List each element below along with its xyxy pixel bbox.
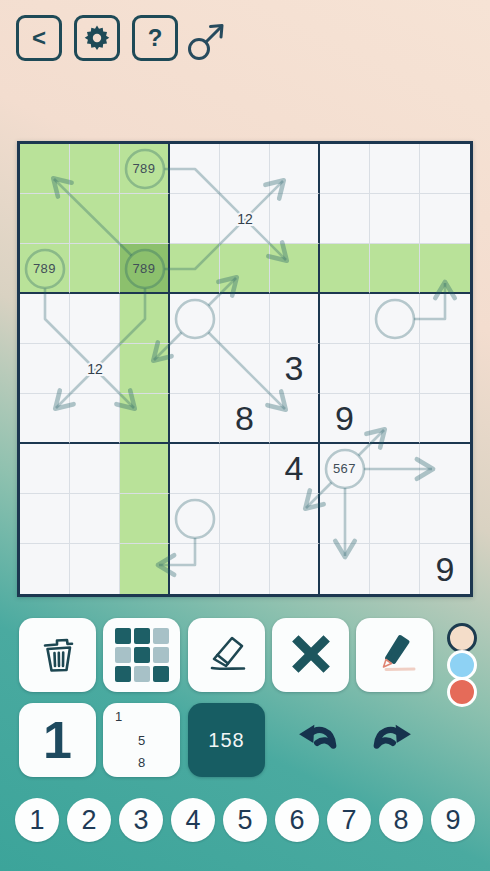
grid-cell[interactable] [70, 544, 120, 594]
pattern-square [134, 666, 150, 682]
grid-cell[interactable] [120, 194, 170, 244]
grid-cell[interactable] [270, 544, 320, 594]
grid-cell[interactable] [320, 494, 370, 544]
number-button-6[interactable]: 6 [275, 798, 319, 842]
given-digit: 4 [285, 449, 304, 488]
pen-icon [369, 628, 421, 683]
grid-cell[interactable] [220, 494, 270, 544]
grid-cell[interactable] [370, 294, 420, 344]
grid-cell[interactable] [170, 144, 220, 194]
grid-cell[interactable]: 789 [120, 244, 170, 294]
given-digit: 3 [285, 349, 304, 388]
grid-cell[interactable] [420, 244, 470, 294]
grid-cell[interactable] [120, 494, 170, 544]
grid-cell[interactable] [220, 194, 270, 244]
pencil-mark: 789 [132, 261, 155, 276]
help-button[interactable]: ? [132, 15, 178, 61]
grid-cell[interactable] [370, 244, 420, 294]
redo-button[interactable] [366, 722, 414, 762]
grid-cell[interactable] [370, 394, 420, 444]
grid-cell[interactable] [170, 544, 220, 594]
grid-cell[interactable] [20, 194, 70, 244]
grid-cell[interactable]: 9 [320, 394, 370, 444]
grid-cell[interactable] [370, 444, 420, 494]
grid-cell[interactable] [270, 494, 320, 544]
grid-cell[interactable] [20, 494, 70, 544]
grid-cell[interactable] [20, 394, 70, 444]
grid-cell[interactable] [420, 394, 470, 444]
pencil-mark: 789 [33, 261, 56, 276]
grid-cell[interactable] [20, 344, 70, 394]
grid-cell[interactable] [120, 544, 170, 594]
back-button[interactable]: < [16, 15, 62, 61]
corner-mark-sample: 1 5 8 [103, 703, 180, 777]
grid-cell[interactable] [320, 194, 370, 244]
top-toolbar: < ? [0, 0, 490, 80]
board-pattern-icon [115, 628, 169, 682]
grid-cell[interactable] [70, 294, 120, 344]
pattern-square [115, 628, 131, 644]
grid-cell[interactable]: 567 [320, 444, 370, 494]
grid-cell[interactable]: 3 [270, 344, 320, 394]
big-number-mode-button[interactable]: 1 [19, 703, 96, 777]
eraser-icon [201, 628, 253, 683]
pattern-square [153, 628, 169, 644]
pattern-square [115, 647, 131, 663]
grid-cell[interactable] [370, 194, 420, 244]
grid-cell[interactable]: 9 [420, 544, 470, 594]
board-pattern-button[interactable] [103, 618, 180, 692]
grid-cell[interactable] [70, 494, 120, 544]
grid-cell[interactable] [420, 294, 470, 344]
delete-button[interactable] [19, 618, 96, 692]
grid-cell[interactable] [120, 344, 170, 394]
grid-cell[interactable] [220, 294, 270, 344]
grid-cell[interactable] [320, 144, 370, 194]
grid-cell[interactable] [370, 494, 420, 544]
color-dot-selected[interactable] [447, 623, 477, 653]
grid-cell[interactable] [20, 544, 70, 594]
grid-cell[interactable] [70, 244, 120, 294]
grid-cell[interactable] [170, 344, 220, 394]
grid-cell[interactable] [270, 244, 320, 294]
grid-cell[interactable] [420, 344, 470, 394]
undo-icon [297, 748, 343, 763]
eraser-button[interactable] [188, 618, 265, 692]
number-button-8[interactable]: 8 [379, 798, 423, 842]
grid-cell[interactable] [70, 394, 120, 444]
grid-cell[interactable] [20, 144, 70, 194]
trash-icon [35, 631, 81, 680]
grid-cell[interactable] [270, 394, 320, 444]
grid-cell[interactable] [420, 444, 470, 494]
pattern-square [153, 666, 169, 682]
grid-cell[interactable] [20, 294, 70, 344]
redo-icon [367, 748, 413, 763]
grid-cell[interactable] [170, 444, 220, 494]
grid-cell[interactable]: 789 [120, 144, 170, 194]
pencil-mark: 567 [333, 461, 356, 476]
grid-cell[interactable]: 8 [220, 394, 270, 444]
number-button-5[interactable]: 5 [223, 798, 267, 842]
pattern-square [134, 628, 150, 644]
number-button-7[interactable]: 7 [327, 798, 371, 842]
arrow-mode-icon [184, 17, 232, 65]
pencil-mark: 789 [132, 161, 155, 176]
number-button-2[interactable]: 2 [67, 798, 111, 842]
sudoku-grid: 78978978938945679 [20, 144, 470, 594]
undo-button[interactable] [296, 722, 344, 762]
grid-cell[interactable] [270, 294, 320, 344]
grid-cell[interactable] [370, 144, 420, 194]
grid-cell[interactable] [120, 294, 170, 344]
grid-cell[interactable] [120, 444, 170, 494]
color-dot[interactable] [447, 650, 477, 680]
grid-cell[interactable] [320, 244, 370, 294]
grid-cell[interactable] [370, 544, 420, 594]
sudoku-board: 78978978938945679 1212 [17, 141, 473, 597]
number-button-9[interactable]: 9 [431, 798, 475, 842]
grid-cell[interactable]: 789 [20, 244, 70, 294]
corner-mark-mode-button[interactable]: 1 5 8 [103, 703, 180, 777]
pattern-square [115, 666, 131, 682]
given-digit: 8 [235, 399, 254, 438]
given-digit: 9 [335, 399, 354, 438]
grid-cell[interactable] [320, 344, 370, 394]
grid-cell[interactable] [220, 344, 270, 394]
grid-cell[interactable] [220, 244, 270, 294]
gear-icon [83, 24, 111, 52]
grid-cell[interactable] [220, 444, 270, 494]
app-root: < ? 78978978938945679 [0, 0, 490, 871]
pen-button[interactable] [356, 618, 433, 692]
grid-cell[interactable] [120, 394, 170, 444]
grid-cell[interactable] [170, 244, 220, 294]
settings-button[interactable] [74, 15, 120, 61]
grid-cell[interactable] [320, 294, 370, 344]
grid-cell[interactable] [170, 394, 220, 444]
grid-cell[interactable] [170, 194, 220, 244]
grid-cell[interactable] [70, 194, 120, 244]
big-number-sample: 1 [43, 710, 72, 770]
grid-cell[interactable]: 4 [270, 444, 320, 494]
grid-cell[interactable] [420, 494, 470, 544]
grid-cell[interactable] [370, 344, 420, 394]
grid-cell[interactable] [270, 144, 320, 194]
number-row: 123456789 [0, 798, 490, 842]
center-mark-mode-button[interactable]: 158 [188, 703, 265, 777]
pattern-square [153, 647, 169, 663]
grid-cell[interactable] [270, 194, 320, 244]
grid-cell[interactable] [70, 444, 120, 494]
given-digit: 9 [436, 550, 455, 589]
clear-button[interactable] [272, 618, 349, 692]
number-button-1[interactable]: 1 [15, 798, 59, 842]
number-button-3[interactable]: 3 [119, 798, 163, 842]
pattern-square [134, 647, 150, 663]
grid-cell[interactable] [170, 294, 220, 344]
grid-cell[interactable] [320, 544, 370, 594]
grid-cell[interactable] [20, 444, 70, 494]
grid-cell[interactable] [70, 144, 120, 194]
grid-cell[interactable] [170, 494, 220, 544]
grid-cell[interactable] [420, 194, 470, 244]
color-dot[interactable] [447, 677, 477, 707]
number-button-4[interactable]: 4 [171, 798, 215, 842]
grid-cell[interactable] [220, 544, 270, 594]
grid-cell[interactable] [70, 344, 120, 394]
grid-cell[interactable] [420, 144, 470, 194]
x-icon [288, 631, 334, 680]
grid-cell[interactable] [220, 144, 270, 194]
